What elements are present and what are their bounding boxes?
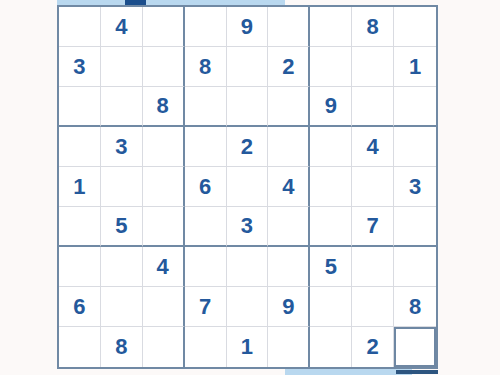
cell-r1-c3[interactable]	[143, 7, 185, 47]
cell-r8-c7[interactable]	[310, 287, 352, 327]
cell-r9-c9[interactable]	[394, 327, 436, 367]
cell-r5-c4[interactable]: 6	[185, 167, 227, 207]
cell-r4-c9[interactable]	[394, 127, 436, 167]
cell-r3-c1[interactable]	[59, 87, 101, 127]
cell-r4-c3[interactable]	[143, 127, 185, 167]
cell-r3-c7[interactable]: 9	[310, 87, 352, 127]
cell-r6-c6[interactable]	[268, 207, 310, 247]
cell-r5-c3[interactable]	[143, 167, 185, 207]
cell-r6-c4[interactable]	[185, 207, 227, 247]
cell-r7-c4[interactable]	[185, 247, 227, 287]
cell-r7-c2[interactable]	[101, 247, 143, 287]
cell-r2-c7[interactable]	[310, 47, 352, 87]
bottom-toolbar-fragment	[285, 369, 412, 375]
cell-r5-c8[interactable]	[352, 167, 394, 207]
cell-r2-c6[interactable]: 2	[268, 47, 310, 87]
cell-r7-c6[interactable]	[268, 247, 310, 287]
cell-r4-c2[interactable]: 3	[101, 127, 143, 167]
cell-r8-c9[interactable]: 8	[394, 287, 436, 327]
cell-r4-c7[interactable]	[310, 127, 352, 167]
cell-r2-c9[interactable]: 1	[394, 47, 436, 87]
cell-r3-c5[interactable]	[227, 87, 269, 127]
cell-r1-c6[interactable]	[268, 7, 310, 47]
cell-r6-c9[interactable]	[394, 207, 436, 247]
cell-r7-c9[interactable]	[394, 247, 436, 287]
cell-r9-c8[interactable]: 2	[352, 327, 394, 367]
cell-r6-c3[interactable]	[143, 207, 185, 247]
cell-r7-c8[interactable]	[352, 247, 394, 287]
cell-r2-c1[interactable]: 3	[59, 47, 101, 87]
cell-r1-c1[interactable]	[59, 7, 101, 47]
cell-r1-c2[interactable]: 4	[101, 7, 143, 47]
cell-r4-c6[interactable]	[268, 127, 310, 167]
cell-r9-c5[interactable]: 1	[227, 327, 269, 367]
cell-r9-c7[interactable]	[310, 327, 352, 367]
selected-cell-underline	[396, 370, 438, 374]
cell-r1-c7[interactable]	[310, 7, 352, 47]
cell-r8-c8[interactable]	[352, 287, 394, 327]
cell-r3-c6[interactable]	[268, 87, 310, 127]
cell-r5-c6[interactable]: 4	[268, 167, 310, 207]
cell-r4-c1[interactable]	[59, 127, 101, 167]
cell-r1-c9[interactable]	[394, 7, 436, 47]
cell-r1-c5[interactable]: 9	[227, 7, 269, 47]
cell-r8-c5[interactable]	[227, 287, 269, 327]
cell-r9-c4[interactable]	[185, 327, 227, 367]
cell-r3-c8[interactable]	[352, 87, 394, 127]
cell-r2-c3[interactable]	[143, 47, 185, 87]
cell-r8-c2[interactable]	[101, 287, 143, 327]
cell-r9-c2[interactable]: 8	[101, 327, 143, 367]
sudoku-board: 4983821893241643537456798812	[57, 5, 438, 369]
cell-r4-c4[interactable]	[185, 127, 227, 167]
cell-r1-c8[interactable]: 8	[352, 7, 394, 47]
cell-r3-c4[interactable]	[185, 87, 227, 127]
cell-r6-c1[interactable]	[59, 207, 101, 247]
cell-r3-c3[interactable]: 8	[143, 87, 185, 127]
cell-r6-c5[interactable]: 3	[227, 207, 269, 247]
cell-r7-c1[interactable]	[59, 247, 101, 287]
cell-r9-c1[interactable]	[59, 327, 101, 367]
cell-r1-c4[interactable]	[185, 7, 227, 47]
cell-r8-c6[interactable]: 9	[268, 287, 310, 327]
cell-r5-c2[interactable]	[101, 167, 143, 207]
cell-r5-c1[interactable]: 1	[59, 167, 101, 207]
cell-r2-c4[interactable]: 8	[185, 47, 227, 87]
cell-r4-c8[interactable]: 4	[352, 127, 394, 167]
cell-r6-c7[interactable]	[310, 207, 352, 247]
cell-r9-c6[interactable]	[268, 327, 310, 367]
cell-r8-c4[interactable]: 7	[185, 287, 227, 327]
cell-r8-c3[interactable]	[143, 287, 185, 327]
cell-r7-c5[interactable]	[227, 247, 269, 287]
cell-r2-c8[interactable]	[352, 47, 394, 87]
cell-r7-c3[interactable]: 4	[143, 247, 185, 287]
cell-r5-c5[interactable]	[227, 167, 269, 207]
cell-r7-c7[interactable]: 5	[310, 247, 352, 287]
cell-r9-c3[interactable]	[143, 327, 185, 367]
cell-r2-c5[interactable]	[227, 47, 269, 87]
cell-r3-c9[interactable]	[394, 87, 436, 127]
cell-r4-c5[interactable]: 2	[227, 127, 269, 167]
cell-r5-c7[interactable]	[310, 167, 352, 207]
cell-r2-c2[interactable]	[101, 47, 143, 87]
cell-r8-c1[interactable]: 6	[59, 287, 101, 327]
cell-r6-c8[interactable]: 7	[352, 207, 394, 247]
cell-r6-c2[interactable]: 5	[101, 207, 143, 247]
cell-r3-c2[interactable]	[101, 87, 143, 127]
cell-r5-c9[interactable]: 3	[394, 167, 436, 207]
